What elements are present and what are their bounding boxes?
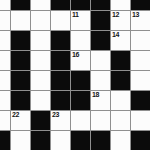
white-cell: 12 (111, 11, 130, 30)
clue-number: 14 (112, 31, 119, 39)
black-cell (91, 0, 110, 10)
black-cell (71, 71, 90, 90)
white-cell (0, 31, 10, 50)
white-cell (31, 71, 50, 90)
white-cell (91, 71, 110, 90)
white-cell (111, 111, 130, 130)
white-cell (131, 31, 150, 50)
black-cell (91, 131, 110, 150)
black-cell (131, 131, 150, 150)
black-cell (51, 0, 70, 10)
clue-number: 18 (92, 91, 99, 99)
white-cell (111, 131, 130, 150)
white-cell (0, 11, 10, 30)
white-cell (131, 111, 150, 130)
black-cell (131, 91, 150, 110)
white-cell (51, 11, 70, 30)
white-cell: 11 (71, 11, 90, 30)
black-cell (71, 0, 90, 10)
black-cell (71, 91, 90, 110)
white-cell: 18 (91, 91, 110, 110)
black-cell (11, 91, 30, 110)
black-cell (111, 51, 130, 70)
crossword-grid: 1112131416182223 (0, 0, 150, 150)
white-cell (51, 131, 70, 150)
white-cell (71, 111, 90, 130)
clue-number: 22 (12, 111, 19, 119)
clue-number: 12 (112, 11, 119, 19)
white-cell: 14 (111, 31, 130, 50)
white-cell (0, 0, 10, 10)
white-cell (0, 111, 10, 130)
black-cell (111, 71, 130, 90)
black-cell (71, 131, 90, 150)
white-cell (31, 11, 50, 30)
white-cell: 22 (11, 111, 30, 130)
white-cell (71, 31, 90, 50)
clue-number: 23 (52, 111, 59, 119)
clue-number: 16 (72, 51, 79, 59)
black-cell (11, 0, 30, 10)
white-cell (131, 71, 150, 90)
black-cell (11, 31, 30, 50)
black-cell (51, 91, 70, 110)
white-cell (0, 91, 10, 110)
white-cell (111, 91, 130, 110)
black-cell (11, 71, 30, 90)
black-cell (51, 31, 70, 50)
black-cell (0, 131, 10, 150)
black-cell (131, 0, 150, 10)
black-cell (31, 131, 50, 150)
black-cell (91, 11, 110, 30)
white-cell (91, 111, 110, 130)
black-cell (11, 51, 30, 70)
white-cell (11, 131, 30, 150)
black-cell (31, 111, 50, 130)
white-cell (31, 91, 50, 110)
white-cell (31, 31, 50, 50)
white-cell (111, 0, 130, 10)
white-cell: 16 (71, 51, 90, 70)
white-cell (91, 51, 110, 70)
black-cell (51, 51, 70, 70)
white-cell (131, 51, 150, 70)
clue-number: 13 (132, 11, 139, 19)
white-cell: 23 (51, 111, 70, 130)
white-cell: 13 (131, 11, 150, 30)
clue-number: 11 (72, 11, 78, 19)
white-cell (0, 51, 10, 70)
white-cell (11, 11, 30, 30)
black-cell (91, 31, 110, 50)
black-cell (51, 71, 70, 90)
white-cell (31, 0, 50, 10)
white-cell (31, 51, 50, 70)
crossword-scan: 1112131416182223 (0, 0, 150, 150)
white-cell (0, 71, 10, 90)
